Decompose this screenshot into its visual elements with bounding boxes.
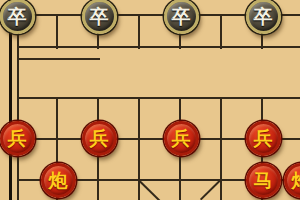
- palace-diagonal-left: [139, 180, 161, 200]
- xiangqi-board: 卒卒卒卒兵兵兵兵炮马炮: [0, 0, 300, 200]
- red-cannon-file8-glyph: 炮: [292, 171, 301, 190]
- file-4-upper: [138, 15, 140, 49]
- file-4-lower: [138, 98, 140, 200]
- red-cannon-file2[interactable]: 炮: [41, 163, 76, 198]
- file-6-upper: [220, 15, 222, 49]
- red-soldier-file5-glyph: 兵: [172, 129, 191, 148]
- red-cannon-file8[interactable]: 炮: [284, 163, 301, 198]
- red-soldier-file3[interactable]: 兵: [82, 121, 117, 156]
- rank-line-river-north: [17, 46, 300, 48]
- palace-diagonal-right: [200, 179, 222, 200]
- river-deco-line: [19, 58, 100, 60]
- red-soldier-file3-glyph: 兵: [90, 129, 109, 148]
- red-soldier-file1-glyph: 兵: [8, 129, 27, 148]
- file-2-upper: [56, 15, 58, 49]
- red-soldier-file7-glyph: 兵: [254, 129, 273, 148]
- black-soldier-file3[interactable]: 卒: [82, 0, 117, 34]
- red-soldier-file7[interactable]: 兵: [246, 121, 281, 156]
- black-soldier-file7[interactable]: 卒: [246, 0, 281, 34]
- black-soldier-file5-glyph: 卒: [172, 7, 191, 26]
- black-soldier-file1[interactable]: 卒: [0, 0, 35, 34]
- black-soldier-file7-glyph: 卒: [254, 7, 273, 26]
- red-horse-file7[interactable]: 马: [246, 163, 281, 198]
- black-soldier-file3-glyph: 卒: [90, 7, 109, 26]
- red-soldier-file1[interactable]: 兵: [0, 121, 35, 156]
- file-6-lower: [220, 98, 222, 200]
- black-soldier-file5[interactable]: 卒: [164, 0, 199, 34]
- black-soldier-file1-glyph: 卒: [8, 7, 27, 26]
- red-horse-file7-glyph: 马: [254, 171, 273, 190]
- red-cannon-file2-glyph: 炮: [49, 171, 68, 190]
- red-soldier-file5[interactable]: 兵: [164, 121, 199, 156]
- rank-line-river-south: [17, 97, 300, 99]
